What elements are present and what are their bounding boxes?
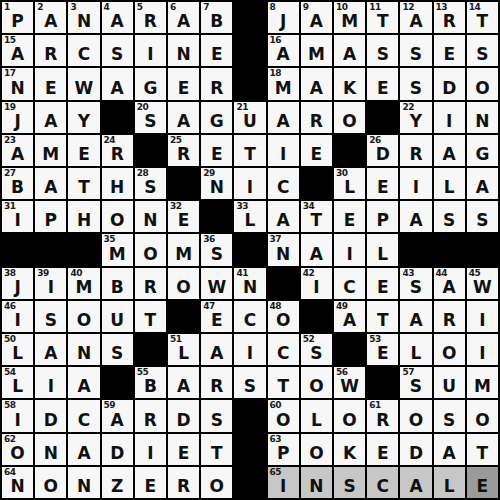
cell-r9c1[interactable]: 38J bbox=[2, 268, 33, 299]
cell-r13c11[interactable]: O bbox=[334, 400, 365, 431]
cell-r13c1[interactable]: 58I bbox=[2, 400, 33, 431]
cell-letter: H bbox=[110, 179, 124, 199]
cell-r7c1[interactable]: 31I bbox=[2, 201, 33, 232]
cell-r15c13[interactable]: A bbox=[400, 467, 431, 498]
cell-r9c7[interactable]: W bbox=[201, 268, 232, 299]
cell-r11c8[interactable]: I bbox=[234, 334, 265, 365]
cell-letter: G bbox=[210, 113, 224, 133]
cell-letter: E bbox=[477, 478, 489, 498]
cell-letter: N bbox=[475, 113, 489, 133]
cell-letter: A bbox=[409, 312, 422, 332]
cell-r11c15[interactable]: I bbox=[467, 334, 498, 365]
cell-r12c3[interactable]: A bbox=[68, 367, 99, 398]
clue-number: 30 bbox=[336, 168, 348, 179]
clue-number: 35 bbox=[104, 234, 116, 245]
cell-r12c8[interactable]: S bbox=[234, 367, 265, 398]
cell-letter: C bbox=[244, 312, 256, 332]
cell-r2c13[interactable]: S bbox=[400, 35, 431, 66]
cell-r3c15[interactable]: O bbox=[467, 68, 498, 99]
cell-r4c14[interactable]: I bbox=[434, 102, 465, 133]
cell-r3c13[interactable]: S bbox=[400, 68, 431, 99]
cell-letter: L bbox=[444, 478, 455, 498]
clue-number: 60 bbox=[270, 400, 282, 411]
cell-r14c4[interactable]: D bbox=[102, 434, 133, 465]
cell-letter: O bbox=[110, 212, 124, 232]
cell-r3c9[interactable]: 18M bbox=[268, 68, 299, 99]
cell-r9c10[interactable]: 42I bbox=[301, 268, 332, 299]
cell-letter: N bbox=[243, 279, 257, 299]
cell-r12c7[interactable]: R bbox=[201, 367, 232, 398]
cell-r4c1[interactable]: 19J bbox=[2, 102, 33, 133]
cell-r5c6[interactable]: 25R bbox=[168, 135, 199, 166]
cell-letter: O bbox=[276, 312, 290, 332]
cell-letter: A bbox=[277, 113, 290, 133]
cell-letter: Z bbox=[111, 478, 123, 498]
cell-r1c2[interactable]: 2A bbox=[35, 2, 66, 33]
cell-r8c14 bbox=[434, 234, 465, 265]
cell-r1c3[interactable]: 3N bbox=[68, 2, 99, 33]
clue-number: 51 bbox=[170, 334, 182, 345]
cell-r2c14[interactable]: E bbox=[434, 35, 465, 66]
cell-r4c8[interactable]: 21U bbox=[234, 102, 265, 133]
cell-r7c10[interactable]: 34T bbox=[301, 201, 332, 232]
cell-letter: S bbox=[45, 312, 57, 332]
cell-letter: R bbox=[443, 312, 456, 332]
cell-r2c4[interactable]: S bbox=[102, 35, 133, 66]
cell-letter: Y bbox=[78, 113, 90, 133]
cell-r14c2[interactable]: N bbox=[35, 434, 66, 465]
cell-r7c4[interactable]: O bbox=[102, 201, 133, 232]
cell-r2c15[interactable]: S bbox=[467, 35, 498, 66]
cell-r15c1[interactable]: 64N bbox=[2, 467, 33, 498]
cell-letter: B bbox=[111, 279, 124, 299]
cell-r15c10[interactable]: N bbox=[301, 467, 332, 498]
cell-r3c14[interactable]: D bbox=[434, 68, 465, 99]
cell-r10c15[interactable]: I bbox=[467, 301, 498, 332]
cell-r13c5[interactable]: R bbox=[135, 400, 166, 431]
cell-letter: W bbox=[75, 80, 94, 100]
cell-letter: I bbox=[147, 445, 153, 465]
cell-r3c10[interactable]: A bbox=[301, 68, 332, 99]
cell-r12c11[interactable]: 56W bbox=[334, 367, 365, 398]
cell-r5c2[interactable]: M bbox=[35, 135, 66, 166]
cell-r13c2[interactable]: D bbox=[35, 400, 66, 431]
cell-r3c6[interactable]: E bbox=[168, 68, 199, 99]
cell-letter: T bbox=[277, 378, 289, 398]
cell-letter: I bbox=[247, 345, 253, 365]
cell-letter: A bbox=[443, 279, 456, 299]
cell-r7c5[interactable]: N bbox=[135, 201, 166, 232]
clue-number: 19 bbox=[4, 102, 16, 113]
cell-r1c5[interactable]: 5R bbox=[135, 2, 166, 33]
cell-letter: A bbox=[177, 113, 190, 133]
cell-r5c1[interactable]: 23A bbox=[2, 135, 33, 166]
clue-number: 37 bbox=[270, 234, 282, 245]
cell-r10c14[interactable]: R bbox=[434, 301, 465, 332]
cell-r10c2[interactable]: S bbox=[35, 301, 66, 332]
cell-r10c11[interactable]: 49A bbox=[334, 301, 365, 332]
cell-r9c6[interactable]: O bbox=[168, 268, 199, 299]
cell-r14c12[interactable]: E bbox=[367, 434, 398, 465]
cell-r2c3[interactable]: C bbox=[68, 35, 99, 66]
cell-letter: S bbox=[310, 345, 322, 365]
cell-r4c10[interactable]: R bbox=[301, 102, 332, 133]
cell-r10c9[interactable]: 48O bbox=[268, 301, 299, 332]
clue-number: 24 bbox=[104, 135, 116, 146]
cell-r9c14[interactable]: 44A bbox=[434, 268, 465, 299]
cell-r15c15[interactable]: E bbox=[467, 467, 498, 498]
cell-r11c12[interactable]: 53E bbox=[367, 334, 398, 365]
cell-r8c9[interactable]: 37N bbox=[268, 234, 299, 265]
cell-r10c1[interactable]: 46I bbox=[2, 301, 33, 332]
cell-r8c13 bbox=[400, 234, 431, 265]
cell-r3c11[interactable]: K bbox=[334, 68, 365, 99]
cell-r7c11[interactable]: E bbox=[334, 201, 365, 232]
cell-r10c10 bbox=[301, 301, 332, 332]
cell-r5c8[interactable]: T bbox=[234, 135, 265, 166]
cell-letter: M bbox=[76, 279, 93, 299]
cell-r11c13[interactable]: L bbox=[400, 334, 431, 365]
cell-letter: A bbox=[409, 478, 422, 498]
cell-r8c6[interactable]: M bbox=[168, 234, 199, 265]
cell-r13c7[interactable]: S bbox=[201, 400, 232, 431]
clue-number: 39 bbox=[37, 268, 49, 279]
cell-r11c9[interactable]: C bbox=[268, 334, 299, 365]
cell-letter: O bbox=[276, 412, 290, 432]
cell-r2c11[interactable]: A bbox=[334, 35, 365, 66]
clue-number: 3 bbox=[70, 2, 76, 13]
cell-letter: B bbox=[144, 378, 157, 398]
cell-r7c13[interactable]: A bbox=[400, 201, 431, 232]
cell-r15c11[interactable]: S bbox=[334, 467, 365, 498]
cell-r15c3[interactable]: N bbox=[68, 467, 99, 498]
cell-r10c4[interactable]: U bbox=[102, 301, 133, 332]
cell-r15c5[interactable]: E bbox=[135, 467, 166, 498]
cell-r6c2[interactable]: A bbox=[35, 168, 66, 199]
cell-letter: A bbox=[177, 378, 190, 398]
cell-r2c5[interactable]: I bbox=[135, 35, 166, 66]
cell-letter: L bbox=[12, 378, 23, 398]
cell-letter: N bbox=[210, 179, 224, 199]
cell-r5c13[interactable]: R bbox=[400, 135, 431, 166]
cell-r4c15[interactable]: N bbox=[467, 102, 498, 133]
clue-number: 59 bbox=[104, 400, 116, 411]
cell-r3c12[interactable]: E bbox=[367, 68, 398, 99]
cell-r5c9[interactable]: I bbox=[268, 135, 299, 166]
cell-letter: J bbox=[14, 113, 20, 133]
cell-r6c11[interactable]: 30L bbox=[334, 168, 365, 199]
cell-r7c15[interactable]: S bbox=[467, 201, 498, 232]
cell-letter: S bbox=[144, 113, 156, 133]
cell-r12c10[interactable]: O bbox=[301, 367, 332, 398]
cell-letter: T bbox=[477, 13, 489, 33]
clue-number: 6 bbox=[170, 2, 176, 13]
cell-r1c13[interactable]: 12A bbox=[400, 2, 431, 33]
cell-letter: T bbox=[477, 445, 489, 465]
cell-r14c10[interactable]: O bbox=[301, 434, 332, 465]
cell-r6c1[interactable]: 27B bbox=[2, 168, 33, 199]
cell-letter: L bbox=[411, 345, 422, 365]
cell-r15c2[interactable]: O bbox=[35, 467, 66, 498]
cell-r8c7[interactable]: 36S bbox=[201, 234, 232, 265]
cell-r14c7[interactable]: T bbox=[201, 434, 232, 465]
cell-r14c11[interactable]: K bbox=[334, 434, 365, 465]
cell-r6c5[interactable]: 28S bbox=[135, 168, 166, 199]
cell-letter: I bbox=[14, 412, 20, 432]
cell-r8c5[interactable]: O bbox=[135, 234, 166, 265]
cell-r9c11[interactable]: C bbox=[334, 268, 365, 299]
cell-r14c5[interactable]: I bbox=[135, 434, 166, 465]
cell-r7c3[interactable]: H bbox=[68, 201, 99, 232]
cell-r9c15[interactable]: 45W bbox=[467, 268, 498, 299]
cell-r15c4[interactable]: Z bbox=[102, 467, 133, 498]
clue-number: 31 bbox=[4, 201, 16, 212]
cell-r10c13[interactable]: A bbox=[400, 301, 431, 332]
clue-number: 64 bbox=[4, 467, 16, 478]
cell-r13c10[interactable]: L bbox=[301, 400, 332, 431]
cell-r4c5[interactable]: 20S bbox=[135, 102, 166, 133]
cell-r2c7[interactable]: E bbox=[201, 35, 232, 66]
cell-r3c2[interactable]: E bbox=[35, 68, 66, 99]
cell-letter: A bbox=[210, 345, 223, 365]
cell-letter: M bbox=[109, 246, 126, 266]
cell-r4c7[interactable]: G bbox=[201, 102, 232, 133]
cell-r5c4[interactable]: 24R bbox=[102, 135, 133, 166]
cell-r3c5[interactable]: G bbox=[135, 68, 166, 99]
clue-number: 56 bbox=[336, 367, 348, 378]
cell-r1c4[interactable]: 4A bbox=[102, 2, 133, 33]
cell-r2c9[interactable]: 16A bbox=[268, 35, 299, 66]
clue-number: 22 bbox=[402, 102, 414, 113]
cell-letter: S bbox=[476, 46, 488, 66]
cell-r4c11[interactable]: O bbox=[334, 102, 365, 133]
cell-r15c7[interactable]: O bbox=[201, 467, 232, 498]
cell-letter: U bbox=[243, 113, 257, 133]
cell-letter: T bbox=[145, 312, 157, 332]
cell-r1c11[interactable]: 10M bbox=[334, 2, 365, 33]
cell-r1c7[interactable]: 7B bbox=[201, 2, 232, 33]
cell-letter: P bbox=[377, 212, 389, 232]
cell-r8c2 bbox=[35, 234, 66, 265]
cell-r11c3[interactable]: N bbox=[68, 334, 99, 365]
cell-r2c2[interactable]: R bbox=[35, 35, 66, 66]
cell-letter: R bbox=[144, 412, 157, 432]
cell-r14c3[interactable]: A bbox=[68, 434, 99, 465]
cell-r12c15[interactable]: M bbox=[467, 367, 498, 398]
cell-r6c14[interactable]: L bbox=[434, 168, 465, 199]
cell-r1c9[interactable]: 8J bbox=[268, 2, 299, 33]
cell-r13c3[interactable]: C bbox=[68, 400, 99, 431]
cell-r11c6[interactable]: 51L bbox=[168, 334, 199, 365]
cell-r13c13[interactable]: O bbox=[400, 400, 431, 431]
cell-letter: A bbox=[44, 113, 57, 133]
cell-r10c8[interactable]: C bbox=[234, 301, 265, 332]
cell-r6c9[interactable]: C bbox=[268, 168, 299, 199]
cell-r3c1[interactable]: 17N bbox=[2, 68, 33, 99]
cell-r11c2[interactable]: A bbox=[35, 334, 66, 365]
cell-r12c1[interactable]: 54L bbox=[2, 367, 33, 398]
cell-r9c5[interactable]: R bbox=[135, 268, 166, 299]
cell-r12c9[interactable]: T bbox=[268, 367, 299, 398]
cell-r6c3[interactable]: T bbox=[68, 168, 99, 199]
cell-letter: E bbox=[377, 179, 389, 199]
cell-r11c10[interactable]: 52S bbox=[301, 334, 332, 365]
cell-letter: O bbox=[475, 80, 489, 100]
clue-number: 23 bbox=[4, 135, 16, 146]
cell-r9c2[interactable]: 39I bbox=[35, 268, 66, 299]
clue-number: 63 bbox=[270, 434, 282, 445]
cell-letter: O bbox=[442, 345, 456, 365]
cell-letter: D bbox=[442, 80, 456, 100]
cell-r9c13[interactable]: 43S bbox=[400, 268, 431, 299]
cell-r5c10[interactable]: E bbox=[301, 135, 332, 166]
cell-r13c9[interactable]: 60O bbox=[268, 400, 299, 431]
cell-r5c3[interactable]: E bbox=[68, 135, 99, 166]
cell-r5c7[interactable]: E bbox=[201, 135, 232, 166]
clue-number: 55 bbox=[137, 367, 149, 378]
cell-r7c14[interactable]: S bbox=[434, 201, 465, 232]
cell-r8c12[interactable]: L bbox=[367, 234, 398, 265]
cell-r11c14[interactable]: O bbox=[434, 334, 465, 365]
cell-r4c3[interactable]: Y bbox=[68, 102, 99, 133]
cell-r11c1[interactable]: 50L bbox=[2, 334, 33, 365]
cell-r14c1[interactable]: 62O bbox=[2, 434, 33, 465]
cell-letter: R bbox=[376, 412, 389, 432]
cell-r1c15[interactable]: 14T bbox=[467, 2, 498, 33]
cell-r2c10[interactable]: M bbox=[301, 35, 332, 66]
cell-r6c4[interactable]: H bbox=[102, 168, 133, 199]
cell-r12c6[interactable]: A bbox=[168, 367, 199, 398]
cell-r3c7[interactable]: R bbox=[201, 68, 232, 99]
cell-letter: T bbox=[311, 212, 323, 232]
cell-r8c4[interactable]: 35M bbox=[102, 234, 133, 265]
crossword-board: 1P2A3N4A5R6A7B8J9A10M11T12A13R14T15ARCSI… bbox=[0, 0, 500, 500]
clue-number: 34 bbox=[303, 201, 315, 212]
cell-r5c14[interactable]: A bbox=[434, 135, 465, 166]
cell-r9c12[interactable]: E bbox=[367, 268, 398, 299]
cell-letter: S bbox=[144, 179, 156, 199]
cell-r9c3[interactable]: 40M bbox=[68, 268, 99, 299]
cell-r6c8[interactable]: I bbox=[234, 168, 265, 199]
cell-letter: T bbox=[78, 179, 90, 199]
cell-letter: I bbox=[14, 312, 20, 332]
cell-letter: L bbox=[444, 179, 455, 199]
cell-letter: K bbox=[343, 80, 356, 100]
cell-r13c14[interactable]: S bbox=[434, 400, 465, 431]
cell-r11c11 bbox=[334, 334, 365, 365]
cell-r6c13[interactable]: I bbox=[400, 168, 431, 199]
cell-r15c14[interactable]: L bbox=[434, 467, 465, 498]
cell-r10c12[interactable]: T bbox=[367, 301, 398, 332]
clue-number: 4 bbox=[104, 2, 110, 13]
cell-r5c12[interactable]: 26D bbox=[367, 135, 398, 166]
cell-r10c5[interactable]: T bbox=[135, 301, 166, 332]
cell-r5c15[interactable]: G bbox=[467, 135, 498, 166]
cell-r14c9[interactable]: 63P bbox=[268, 434, 299, 465]
cell-r13c12[interactable]: 61R bbox=[367, 400, 398, 431]
cell-r2c8 bbox=[234, 35, 265, 66]
cell-r13c6[interactable]: D bbox=[168, 400, 199, 431]
cell-r10c3[interactable]: O bbox=[68, 301, 99, 332]
cell-r12c13[interactable]: 57S bbox=[400, 367, 431, 398]
cell-letter: A bbox=[277, 46, 290, 66]
cell-letter: W bbox=[473, 279, 492, 299]
cell-r6c15[interactable]: A bbox=[467, 168, 498, 199]
cell-letter: M bbox=[341, 13, 358, 33]
cell-r1c12[interactable]: 11T bbox=[367, 2, 398, 33]
cell-r14c13[interactable]: D bbox=[400, 434, 431, 465]
cell-letter: C bbox=[343, 279, 355, 299]
cell-r13c15[interactable]: O bbox=[467, 400, 498, 431]
cell-r7c2[interactable]: P bbox=[35, 201, 66, 232]
cell-letter: S bbox=[377, 46, 389, 66]
cell-r7c9[interactable]: A bbox=[268, 201, 299, 232]
cell-letter: O bbox=[342, 412, 356, 432]
cell-letter: N bbox=[77, 478, 91, 498]
cell-r9c4[interactable]: B bbox=[102, 268, 133, 299]
cell-r15c9[interactable]: 65I bbox=[268, 467, 299, 498]
cell-letter: A bbox=[443, 146, 456, 166]
cell-r12c2[interactable]: I bbox=[35, 367, 66, 398]
cell-r4c13[interactable]: 22Y bbox=[400, 102, 431, 133]
cell-letter: S bbox=[410, 46, 422, 66]
cell-r1c6[interactable]: 6A bbox=[168, 2, 199, 33]
cell-r12c5[interactable]: 55B bbox=[135, 367, 166, 398]
cell-r7c12[interactable]: P bbox=[367, 201, 398, 232]
cell-r13c4[interactable]: 59A bbox=[102, 400, 133, 431]
cell-letter: O bbox=[342, 113, 356, 133]
cell-r1c10[interactable]: 9A bbox=[301, 2, 332, 33]
cell-letter: E bbox=[377, 279, 389, 299]
clue-number: 16 bbox=[270, 35, 282, 46]
cell-r14c6[interactable]: E bbox=[168, 434, 199, 465]
cell-r8c10[interactable]: A bbox=[301, 234, 332, 265]
cell-letter: P bbox=[11, 13, 23, 33]
cell-r11c7[interactable]: A bbox=[201, 334, 232, 365]
cell-r1c14[interactable]: 13R bbox=[434, 2, 465, 33]
cell-r3c4[interactable]: A bbox=[102, 68, 133, 99]
cell-letter: A bbox=[44, 179, 57, 199]
clue-number: 27 bbox=[4, 168, 16, 179]
cell-r10c7[interactable]: 47E bbox=[201, 301, 232, 332]
cell-letter: S bbox=[476, 212, 488, 232]
cell-letter: S bbox=[111, 345, 123, 365]
cell-r4c6[interactable]: A bbox=[168, 102, 199, 133]
cell-r15c12[interactable]: C bbox=[367, 467, 398, 498]
cell-r8c11[interactable]: I bbox=[334, 234, 365, 265]
cell-r9c8[interactable]: 41N bbox=[234, 268, 265, 299]
cell-letter: T bbox=[377, 312, 389, 332]
cell-letter: A bbox=[44, 345, 57, 365]
cell-r2c12[interactable]: S bbox=[367, 35, 398, 66]
cell-r4c9[interactable]: A bbox=[268, 102, 299, 133]
cell-r6c7[interactable]: 29N bbox=[201, 168, 232, 199]
cell-r15c6[interactable]: R bbox=[168, 467, 199, 498]
cell-r12c14[interactable]: U bbox=[434, 367, 465, 398]
cell-r7c8[interactable]: 33L bbox=[234, 201, 265, 232]
cell-r6c12[interactable]: E bbox=[367, 168, 398, 199]
cell-r3c3[interactable]: W bbox=[68, 68, 99, 99]
cell-r14c14[interactable]: A bbox=[434, 434, 465, 465]
cell-r2c1[interactable]: 15A bbox=[2, 35, 33, 66]
cell-r4c2[interactable]: A bbox=[35, 102, 66, 133]
cell-r2c6[interactable]: N bbox=[168, 35, 199, 66]
cell-r14c15[interactable]: T bbox=[467, 434, 498, 465]
cell-letter: E bbox=[443, 46, 455, 66]
cell-r1c1[interactable]: 1P bbox=[2, 2, 33, 33]
cell-r7c6[interactable]: 32E bbox=[168, 201, 199, 232]
cell-r11c4[interactable]: S bbox=[102, 334, 133, 365]
